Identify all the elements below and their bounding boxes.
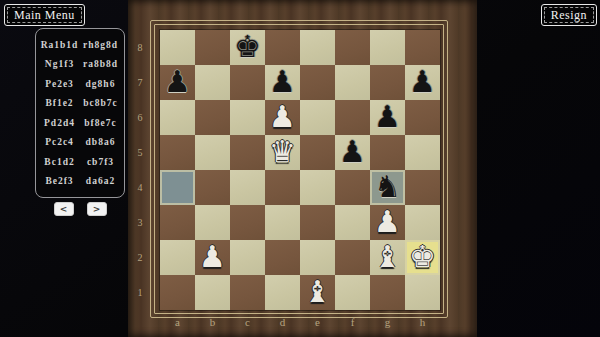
square-d5[interactable]: ♛	[265, 135, 300, 170]
square-c8[interactable]: ♚	[230, 30, 265, 65]
square-c2[interactable]	[230, 240, 265, 275]
rank-labels: 87654321	[132, 30, 148, 310]
move-row: Bc1d2 cb7f3	[39, 157, 121, 167]
square-h5[interactable]	[405, 135, 440, 170]
square-a7[interactable]: ♟	[160, 65, 195, 100]
square-g1[interactable]	[370, 275, 405, 310]
rank-label-6: 6	[132, 100, 148, 135]
move-black: dg8h6	[80, 79, 121, 89]
square-a8[interactable]	[160, 30, 195, 65]
square-c5[interactable]	[230, 135, 265, 170]
square-h1[interactable]	[405, 275, 440, 310]
move-white: Pc2c4	[39, 137, 80, 147]
move-black: ra8b8d	[80, 59, 121, 69]
move-white: Ng1f3	[39, 59, 80, 69]
square-f2[interactable]	[335, 240, 370, 275]
square-a3[interactable]	[160, 205, 195, 240]
move-white: Ra1b1d	[39, 40, 80, 50]
move-white: Bc1d2	[39, 157, 80, 167]
file-label-a: a	[160, 314, 195, 330]
square-a4[interactable]	[160, 170, 195, 205]
square-b4[interactable]	[195, 170, 230, 205]
piece-white-bishop[interactable]: ♝	[374, 239, 401, 274]
move-white: Pe2e3	[39, 79, 80, 89]
square-b8[interactable]	[195, 30, 230, 65]
square-g7[interactable]	[370, 65, 405, 100]
square-b3[interactable]	[195, 205, 230, 240]
move-row: Pd2d4 bf8e7c	[39, 118, 121, 128]
file-label-h: h	[405, 314, 440, 330]
square-e5[interactable]	[300, 135, 335, 170]
move-row: Pe2e3 dg8h6	[39, 79, 121, 89]
square-a2[interactable]	[160, 240, 195, 275]
file-label-g: g	[370, 314, 405, 330]
square-d3[interactable]	[265, 205, 300, 240]
piece-white-pawn[interactable]: ♟	[199, 239, 226, 274]
square-e7[interactable]	[300, 65, 335, 100]
square-g4[interactable]: ♞	[370, 170, 405, 205]
square-g6[interactable]: ♟	[370, 100, 405, 135]
piece-white-king[interactable]: ♚	[409, 239, 436, 274]
square-d7[interactable]: ♟	[265, 65, 300, 100]
piece-black-king[interactable]: ♚	[234, 29, 261, 64]
next-move-button[interactable]: >	[87, 202, 107, 216]
main-menu-button[interactable]: Main Menu	[4, 4, 85, 26]
move-white: Pd2d4	[39, 118, 80, 128]
square-a5[interactable]	[160, 135, 195, 170]
move-white: Be2f3	[39, 176, 80, 186]
square-d6[interactable]: ♟	[265, 100, 300, 135]
piece-white-pawn[interactable]: ♟	[269, 99, 296, 134]
move-black: rh8g8d	[80, 40, 121, 50]
square-b6[interactable]	[195, 100, 230, 135]
move-white: Bf1e2	[39, 98, 80, 108]
square-h6[interactable]	[405, 100, 440, 135]
square-c3[interactable]	[230, 205, 265, 240]
square-e3[interactable]	[300, 205, 335, 240]
square-f5[interactable]: ♟	[335, 135, 370, 170]
square-g5[interactable]	[370, 135, 405, 170]
square-g8[interactable]	[370, 30, 405, 65]
square-c1[interactable]	[230, 275, 265, 310]
game-screen: Main Menu Resign 87654321 abcdefgh ♚♟♟♟♟…	[0, 0, 600, 337]
square-d2[interactable]	[265, 240, 300, 275]
chess-board: ♚♟♟♟♟♟♛♟♞♟♟♝♚♝	[160, 30, 440, 310]
square-f6[interactable]	[335, 100, 370, 135]
rank-label-8: 8	[132, 30, 148, 65]
file-label-d: d	[265, 314, 300, 330]
move-black: bc8b7c	[80, 98, 121, 108]
square-b1[interactable]	[195, 275, 230, 310]
piece-black-pawn[interactable]: ♟	[269, 64, 296, 99]
rank-label-3: 3	[132, 205, 148, 240]
piece-white-queen[interactable]: ♛	[269, 134, 296, 169]
square-h4[interactable]	[405, 170, 440, 205]
square-h2[interactable]: ♚	[405, 240, 440, 275]
square-c7[interactable]	[230, 65, 265, 100]
piece-black-pawn[interactable]: ♟	[374, 99, 401, 134]
square-a6[interactable]	[160, 100, 195, 135]
square-c6[interactable]	[230, 100, 265, 135]
square-g3[interactable]: ♟	[370, 205, 405, 240]
rank-label-5: 5	[132, 135, 148, 170]
rank-label-7: 7	[132, 65, 148, 100]
move-row: Ra1b1d rh8g8d	[39, 40, 121, 50]
square-a1[interactable]	[160, 275, 195, 310]
move-navigation: < >	[35, 202, 125, 216]
square-f4[interactable]	[335, 170, 370, 205]
square-e8[interactable]	[300, 30, 335, 65]
file-labels: abcdefgh	[160, 314, 440, 330]
piece-black-pawn[interactable]: ♟	[164, 64, 191, 99]
square-h3[interactable]	[405, 205, 440, 240]
square-b5[interactable]	[195, 135, 230, 170]
piece-white-bishop[interactable]: ♝	[304, 274, 331, 309]
square-e1[interactable]: ♝	[300, 275, 335, 310]
rank-label-1: 1	[132, 275, 148, 310]
square-b2[interactable]: ♟	[195, 240, 230, 275]
move-row: Pc2c4 db8a6	[39, 137, 121, 147]
resign-button[interactable]: Resign	[541, 4, 597, 26]
square-h8[interactable]	[405, 30, 440, 65]
move-row: Be2f3 da6a2	[39, 176, 121, 186]
previous-move-button[interactable]: <	[54, 202, 74, 216]
move-black: db8a6	[80, 137, 121, 147]
square-f1[interactable]	[335, 275, 370, 310]
square-f7[interactable]	[335, 65, 370, 100]
move-history-panel: Ra1b1d rh8g8d Ng1f3 ra8b8d Pe2e3 dg8h6 B…	[35, 28, 125, 198]
square-d8[interactable]	[265, 30, 300, 65]
piece-white-pawn[interactable]: ♟	[374, 204, 401, 239]
piece-black-pawn[interactable]: ♟	[339, 134, 366, 169]
square-d4[interactable]	[265, 170, 300, 205]
square-f8[interactable]	[335, 30, 370, 65]
file-label-b: b	[195, 314, 230, 330]
move-black: da6a2	[80, 176, 121, 186]
square-e2[interactable]	[300, 240, 335, 275]
move-row: Bf1e2 bc8b7c	[39, 98, 121, 108]
square-h7[interactable]: ♟	[405, 65, 440, 100]
file-label-c: c	[230, 314, 265, 330]
square-e6[interactable]	[300, 100, 335, 135]
piece-black-pawn[interactable]: ♟	[409, 64, 436, 99]
piece-black-knight[interactable]: ♞	[374, 169, 401, 204]
square-d1[interactable]	[265, 275, 300, 310]
file-label-f: f	[335, 314, 370, 330]
square-b7[interactable]	[195, 65, 230, 100]
rank-label-4: 4	[132, 170, 148, 205]
rank-label-2: 2	[132, 240, 148, 275]
file-label-e: e	[300, 314, 335, 330]
square-g2[interactable]: ♝	[370, 240, 405, 275]
square-c4[interactable]	[230, 170, 265, 205]
move-black: bf8e7c	[80, 118, 121, 128]
square-f3[interactable]	[335, 205, 370, 240]
move-black: cb7f3	[80, 157, 121, 167]
square-e4[interactable]	[300, 170, 335, 205]
move-row: Ng1f3 ra8b8d	[39, 59, 121, 69]
